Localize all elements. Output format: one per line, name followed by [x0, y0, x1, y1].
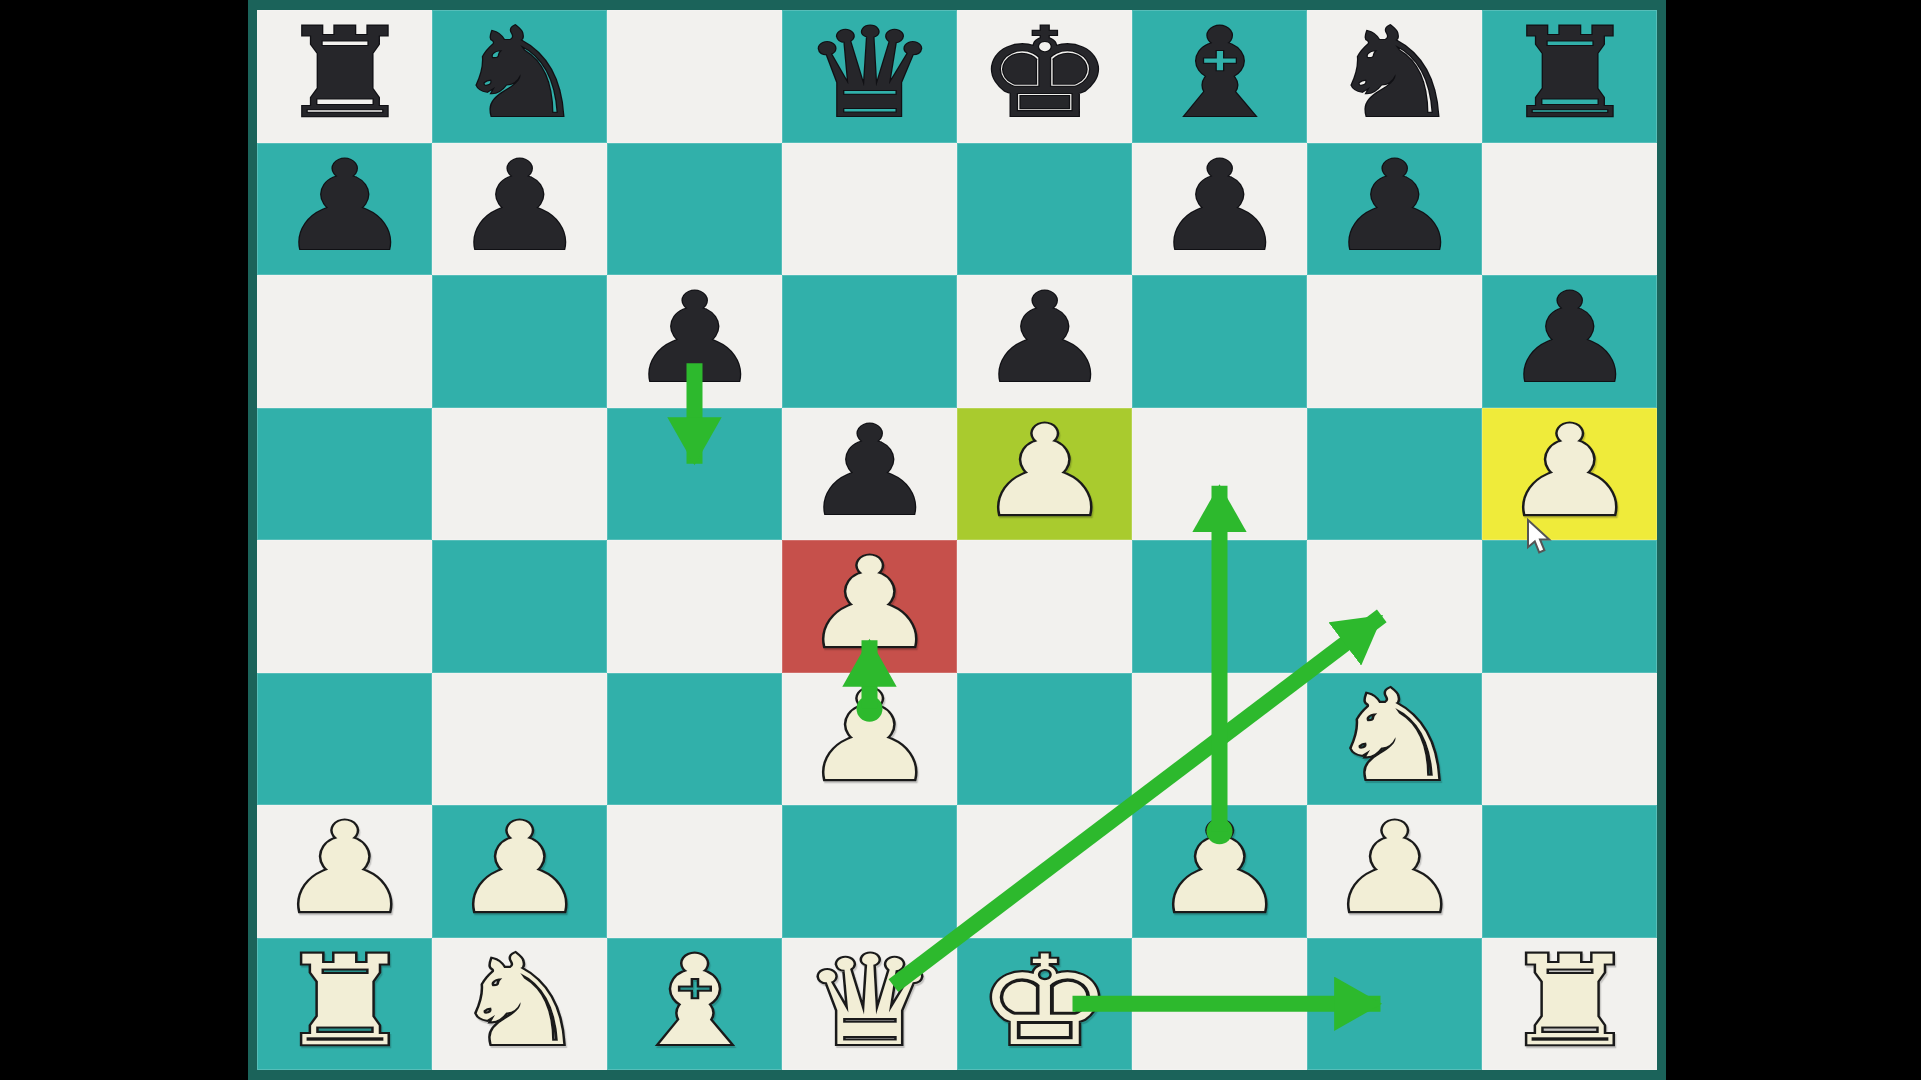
- square-e4[interactable]: [957, 540, 1132, 673]
- square-g3[interactable]: ♞: [1307, 673, 1482, 806]
- piece-black-king[interactable]: ♚: [977, 11, 1112, 135]
- square-f3[interactable]: [1132, 673, 1307, 806]
- square-g7[interactable]: ♟: [1307, 143, 1482, 276]
- square-a7[interactable]: ♟: [257, 143, 432, 276]
- square-h7[interactable]: [1482, 143, 1657, 276]
- square-b5[interactable]: [432, 408, 607, 541]
- piece-white-pawn[interactable]: ♟: [802, 674, 937, 798]
- chess-board: ♜♞♛♚♝♞♜♟♟♟♟♟♟♟♟♟♟♟♟♞♟♟♟♟♜♞♝♛♚♜: [257, 10, 1657, 1070]
- square-g8[interactable]: ♞: [1307, 10, 1482, 143]
- square-b7[interactable]: ♟: [432, 143, 607, 276]
- app-window: ♜♞♛♚♝♞♜♟♟♟♟♟♟♟♟♟♟♟♟♞♟♟♟♟♜♞♝♛♚♜: [0, 0, 1921, 1080]
- square-d6[interactable]: [782, 275, 957, 408]
- square-g2[interactable]: ♟: [1307, 805, 1482, 938]
- square-h1[interactable]: ♜: [1482, 938, 1657, 1071]
- letterbox-right: [1666, 0, 1921, 1080]
- piece-black-bishop[interactable]: ♝: [1152, 11, 1287, 135]
- board-frame: ♜♞♛♚♝♞♜♟♟♟♟♟♟♟♟♟♟♟♟♞♟♟♟♟♜♞♝♛♚♜: [248, 0, 1666, 1080]
- square-d5[interactable]: ♟: [782, 408, 957, 541]
- square-a6[interactable]: [257, 275, 432, 408]
- square-b1[interactable]: ♞: [432, 938, 607, 1071]
- piece-white-bishop[interactable]: ♝: [627, 939, 762, 1063]
- square-e8[interactable]: ♚: [957, 10, 1132, 143]
- square-g5[interactable]: [1307, 408, 1482, 541]
- square-f1[interactable]: [1132, 938, 1307, 1071]
- square-b8[interactable]: ♞: [432, 10, 607, 143]
- piece-white-queen[interactable]: ♛: [802, 939, 937, 1063]
- piece-black-rook[interactable]: ♜: [277, 11, 412, 135]
- square-f7[interactable]: ♟: [1132, 143, 1307, 276]
- square-b2[interactable]: ♟: [432, 805, 607, 938]
- letterbox-left: [0, 0, 248, 1080]
- piece-black-knight[interactable]: ♞: [452, 11, 587, 135]
- square-e5[interactable]: ♟: [957, 408, 1132, 541]
- piece-black-rook[interactable]: ♜: [1502, 11, 1637, 135]
- piece-white-rook[interactable]: ♜: [277, 939, 412, 1063]
- piece-white-pawn[interactable]: ♟: [802, 541, 937, 665]
- square-f5[interactable]: [1132, 408, 1307, 541]
- square-h5[interactable]: ♟: [1482, 408, 1657, 541]
- square-f8[interactable]: ♝: [1132, 10, 1307, 143]
- square-f2[interactable]: ♟: [1132, 805, 1307, 938]
- piece-black-pawn[interactable]: ♟: [277, 144, 412, 268]
- piece-black-pawn[interactable]: ♟: [1502, 276, 1637, 400]
- square-d7[interactable]: [782, 143, 957, 276]
- square-f6[interactable]: [1132, 275, 1307, 408]
- square-h8[interactable]: ♜: [1482, 10, 1657, 143]
- square-e2[interactable]: [957, 805, 1132, 938]
- square-c4[interactable]: [607, 540, 782, 673]
- square-e1[interactable]: ♚: [957, 938, 1132, 1071]
- square-e3[interactable]: [957, 673, 1132, 806]
- square-h6[interactable]: ♟: [1482, 275, 1657, 408]
- square-f4[interactable]: [1132, 540, 1307, 673]
- square-c7[interactable]: [607, 143, 782, 276]
- square-e7[interactable]: [957, 143, 1132, 276]
- piece-black-pawn[interactable]: ♟: [1327, 144, 1462, 268]
- piece-black-pawn[interactable]: ♟: [802, 409, 937, 533]
- piece-black-pawn[interactable]: ♟: [1152, 144, 1287, 268]
- square-c2[interactable]: [607, 805, 782, 938]
- square-c5[interactable]: [607, 408, 782, 541]
- square-a5[interactable]: [257, 408, 432, 541]
- piece-white-king[interactable]: ♚: [977, 939, 1112, 1063]
- square-g6[interactable]: [1307, 275, 1482, 408]
- square-b3[interactable]: [432, 673, 607, 806]
- piece-black-queen[interactable]: ♛: [802, 11, 937, 135]
- square-a4[interactable]: [257, 540, 432, 673]
- square-c6[interactable]: ♟: [607, 275, 782, 408]
- square-d4[interactable]: ♟: [782, 540, 957, 673]
- square-c3[interactable]: [607, 673, 782, 806]
- square-d2[interactable]: [782, 805, 957, 938]
- square-b6[interactable]: [432, 275, 607, 408]
- square-h2[interactable]: [1482, 805, 1657, 938]
- piece-white-pawn[interactable]: ♟: [452, 806, 587, 930]
- square-c8[interactable]: [607, 10, 782, 143]
- square-d8[interactable]: ♛: [782, 10, 957, 143]
- square-e6[interactable]: ♟: [957, 275, 1132, 408]
- square-d3[interactable]: ♟: [782, 673, 957, 806]
- square-h3[interactable]: [1482, 673, 1657, 806]
- piece-white-pawn[interactable]: ♟: [1152, 806, 1287, 930]
- piece-black-pawn[interactable]: ♟: [627, 276, 762, 400]
- square-c1[interactable]: ♝: [607, 938, 782, 1071]
- square-a1[interactable]: ♜: [257, 938, 432, 1071]
- piece-white-rook[interactable]: ♜: [1502, 939, 1637, 1063]
- piece-white-pawn[interactable]: ♟: [277, 806, 412, 930]
- piece-white-pawn[interactable]: ♟: [1502, 409, 1637, 533]
- piece-black-pawn[interactable]: ♟: [452, 144, 587, 268]
- square-d1[interactable]: ♛: [782, 938, 957, 1071]
- square-a2[interactable]: ♟: [257, 805, 432, 938]
- square-a8[interactable]: ♜: [257, 10, 432, 143]
- square-h4[interactable]: [1482, 540, 1657, 673]
- square-b4[interactable]: [432, 540, 607, 673]
- piece-white-pawn[interactable]: ♟: [1327, 806, 1462, 930]
- piece-white-knight[interactable]: ♞: [1327, 674, 1462, 798]
- piece-black-knight[interactable]: ♞: [1327, 11, 1462, 135]
- piece-black-pawn[interactable]: ♟: [977, 276, 1112, 400]
- square-g4[interactable]: [1307, 540, 1482, 673]
- piece-white-pawn[interactable]: ♟: [977, 409, 1112, 533]
- piece-white-knight[interactable]: ♞: [452, 939, 587, 1063]
- square-a3[interactable]: [257, 673, 432, 806]
- square-g1[interactable]: [1307, 938, 1482, 1071]
